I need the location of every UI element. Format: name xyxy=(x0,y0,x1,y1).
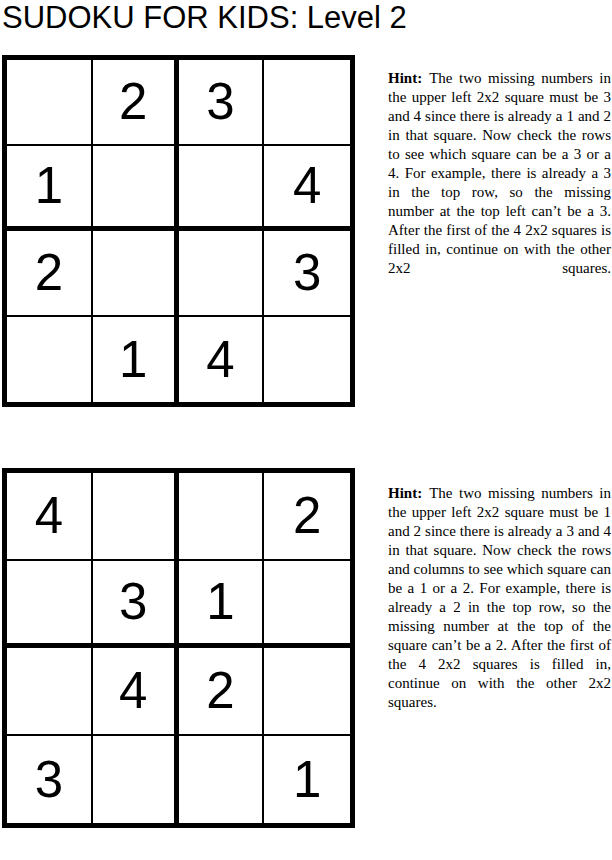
g2-cell-r3c4 xyxy=(264,648,350,736)
page-title: SUDOKU FOR KIDS: Level 2 xyxy=(2,1,407,35)
g2-cell-r4c4: 1 xyxy=(264,736,350,824)
g2-cell-r1c2 xyxy=(93,473,179,561)
g1-cell-r2c4: 4 xyxy=(264,146,350,232)
g2-cell-r4c3 xyxy=(179,736,265,824)
g1-cell-r2c3 xyxy=(179,146,265,232)
g2-cell-r2c4 xyxy=(264,561,350,649)
g2-cell-r3c2: 4 xyxy=(93,648,179,736)
g2-cell-r3c3: 2 xyxy=(179,648,265,736)
hint-1: Hint:The two missing numbers in the uppe… xyxy=(388,69,611,278)
g2-cell-r1c1: 4 xyxy=(7,473,93,561)
hint-2-text: The two missing numbers in the upper lef… xyxy=(388,485,611,710)
g2-cell-r2c3: 1 xyxy=(179,561,265,649)
g2-cell-r2c1 xyxy=(7,561,93,649)
g2-cell-r4c1: 3 xyxy=(7,736,93,824)
g1-cell-r3c3 xyxy=(179,231,265,317)
g1-cell-r1c3: 3 xyxy=(179,60,265,146)
g2-cell-r1c4: 2 xyxy=(264,473,350,561)
g1-cell-r4c3: 4 xyxy=(179,317,265,403)
hint-1-text: The two missing numbers in the upper lef… xyxy=(388,70,611,276)
g1-cell-r1c2: 2 xyxy=(93,60,179,146)
g2-cell-r2c2: 3 xyxy=(93,561,179,649)
g1-cell-r4c4 xyxy=(264,317,350,403)
g1-cell-r3c1: 2 xyxy=(7,231,93,317)
hint-1-label: Hint: xyxy=(388,70,422,86)
g1-cell-r1c1 xyxy=(7,60,93,146)
g1-cell-r1c4 xyxy=(264,60,350,146)
g1-cell-r4c2: 1 xyxy=(93,317,179,403)
g1-cell-r3c2 xyxy=(93,231,179,317)
g1-cell-r2c2 xyxy=(93,146,179,232)
g2-cell-r4c2 xyxy=(93,736,179,824)
g2-cell-r3c1 xyxy=(7,648,93,736)
g2-cell-r1c3 xyxy=(179,473,265,561)
sudoku-grid-1: 2 3 1 4 2 3 1 4 xyxy=(2,55,355,407)
g1-cell-r3c4: 3 xyxy=(264,231,350,317)
hint-2-label: Hint: xyxy=(388,485,422,501)
g1-cell-r2c1: 1 xyxy=(7,146,93,232)
hint-2: Hint:The two missing numbers in the uppe… xyxy=(388,484,611,712)
sudoku-grid-2: 4 2 3 1 4 2 3 1 xyxy=(2,468,355,828)
g1-cell-r4c1 xyxy=(7,317,93,403)
